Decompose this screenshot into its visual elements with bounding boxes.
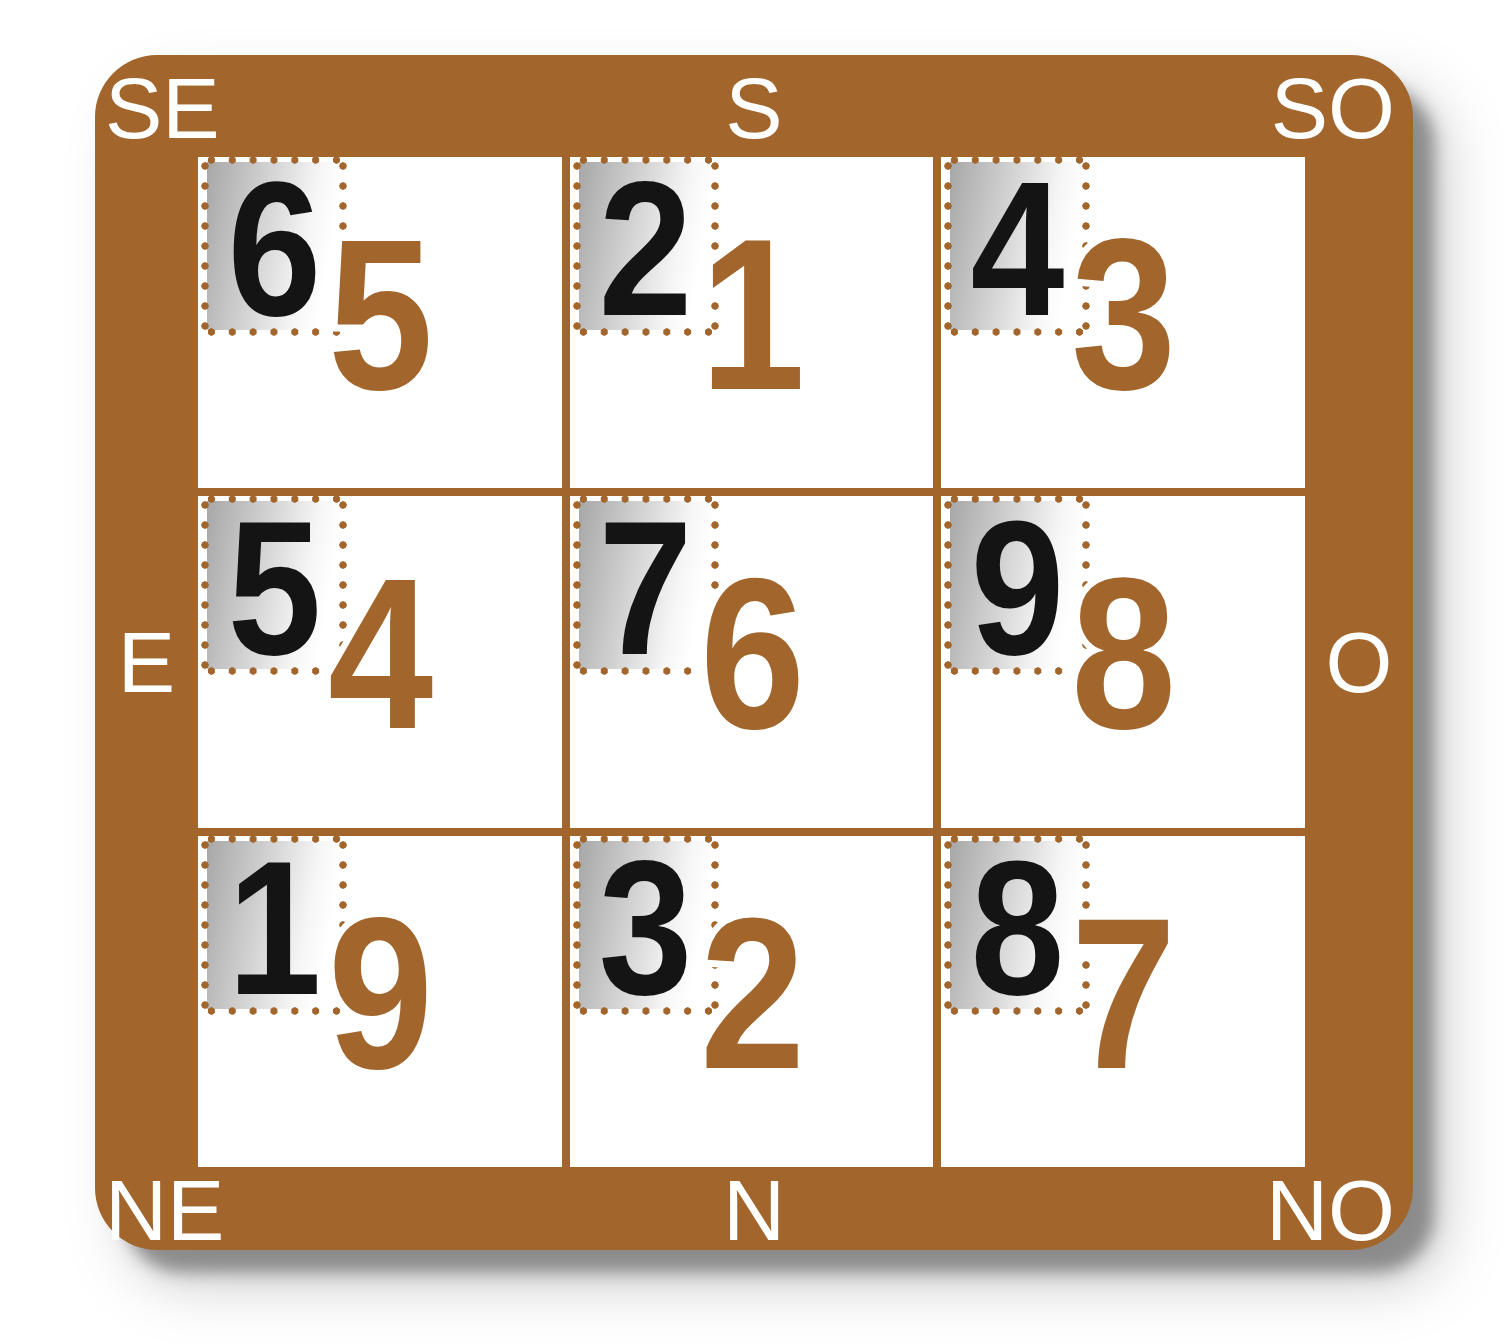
grid-cell-ne: 1 9 9 [198,836,562,1167]
compass-label-n: N [95,1167,1413,1250]
brown-number: 2 2 [700,886,805,1101]
star-number-box: 8 [950,841,1084,1009]
black-number: 5 [227,492,321,684]
compass-label-o: O [1305,607,1413,717]
star-number-box: 2 [579,162,713,330]
brown-number: 4 4 [328,546,433,761]
grid-cell-so: 4 3 3 [941,157,1305,488]
star-number-box: 6 [207,162,341,330]
black-number: 8 [970,832,1064,1024]
compass-label-no: NO [1266,1167,1395,1250]
magic-square-grid: 6 5 5 2 1 1 4 3 3 [198,157,1305,1167]
star-number-box: 5 [207,501,341,669]
black-number: 1 [227,832,321,1024]
black-number: 3 [599,832,693,1024]
grid-cell-se: 6 5 5 [198,157,562,488]
star-number-box: 3 [579,841,713,1009]
star-number-box: 9 [950,501,1084,669]
brown-number: 8 8 [1071,546,1176,761]
star-number-box: 4 [950,162,1084,330]
grid-cell-n: 3 2 2 [570,836,934,1167]
grid-cell-e: 5 4 4 [198,496,562,827]
grid-cell-no: 8 7 7 [941,836,1305,1167]
star-number-box: 7 [579,501,713,669]
board-frame: SE S SO E O NE N NO 6 5 5 2 1 1 [95,55,1413,1250]
brown-number: 3 3 [1071,207,1176,422]
black-number: 4 [970,153,1064,345]
compass-label-e: E [95,607,198,717]
brown-number: 7 7 [1071,886,1176,1101]
black-number: 6 [227,153,321,345]
black-number: 7 [599,492,693,684]
brown-number: 9 9 [328,886,433,1101]
brown-number: 6 6 [700,546,805,761]
grid-cell-s: 2 1 1 [570,157,934,488]
compass-label-so: SO [1271,55,1395,157]
grid-cell-center: 7 6 6 [570,496,934,827]
black-number: 2 [599,153,693,345]
brown-number: 5 5 [328,207,433,422]
star-number-box: 1 [207,841,341,1009]
black-number: 9 [970,492,1064,684]
grid-cell-o: 9 8 8 [941,496,1305,827]
brown-number: 1 1 [700,207,805,422]
